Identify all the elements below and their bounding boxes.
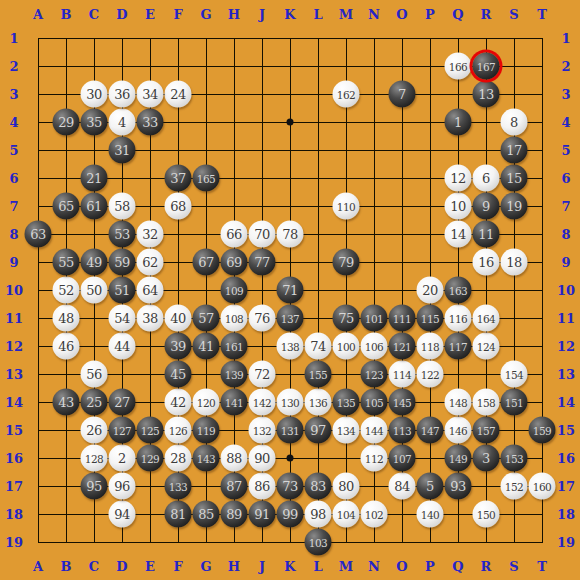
stone-white-P13: 122 xyxy=(417,361,444,388)
stone-black-P15: 147 xyxy=(417,417,444,444)
row-label-left-1: 1 xyxy=(9,32,18,45)
row-label-right-3: 3 xyxy=(561,88,570,101)
stone-white-G14: 120 xyxy=(193,389,220,416)
column-label-top-J: J xyxy=(259,8,265,21)
row-label-right-18: 18 xyxy=(557,508,575,521)
stone-black-H18: 89 xyxy=(221,501,248,528)
stone-white-E10: 64 xyxy=(137,277,164,304)
stone-black-F17: 133 xyxy=(165,473,192,500)
row-label-right-17: 17 xyxy=(557,480,575,493)
column-label-bottom-P: P xyxy=(425,560,435,573)
stone-white-H11: 108 xyxy=(221,305,248,332)
row-label-left-3: 3 xyxy=(9,88,18,101)
stone-black-B4: 29 xyxy=(53,109,80,136)
stone-white-Q15: 146 xyxy=(445,417,472,444)
row-label-right-8: 8 xyxy=(561,228,570,241)
stone-white-H8: 66 xyxy=(221,221,248,248)
column-label-top-R: R xyxy=(481,8,492,21)
stone-black-O15: 113 xyxy=(389,417,416,444)
stone-white-C15: 26 xyxy=(81,417,108,444)
row-label-left-8: 8 xyxy=(9,228,18,241)
column-label-bottom-O: O xyxy=(396,560,407,573)
stone-black-B7: 65 xyxy=(53,193,80,220)
column-label-bottom-D: D xyxy=(116,560,127,573)
stone-white-Q6: 12 xyxy=(445,165,472,192)
row-label-left-10: 10 xyxy=(5,284,23,297)
stone-black-C7: 61 xyxy=(81,193,108,220)
stone-black-D5: 31 xyxy=(109,137,136,164)
stone-black-A8: 63 xyxy=(25,221,52,248)
stone-white-L14: 136 xyxy=(305,389,332,416)
stone-black-C9: 49 xyxy=(81,249,108,276)
stone-white-C13: 56 xyxy=(81,361,108,388)
stone-white-P12: 118 xyxy=(417,333,444,360)
stone-black-F6: 37 xyxy=(165,165,192,192)
stone-white-P10: 20 xyxy=(417,277,444,304)
stone-black-G11: 57 xyxy=(193,305,220,332)
stone-white-Q2: 166 xyxy=(445,53,472,80)
row-label-left-13: 13 xyxy=(5,368,23,381)
stone-black-L15: 97 xyxy=(305,417,332,444)
stone-black-E15: 125 xyxy=(137,417,164,444)
stone-white-M18: 104 xyxy=(333,501,360,528)
stone-black-J18: 91 xyxy=(249,501,276,528)
stone-black-H9: 69 xyxy=(221,249,248,276)
row-label-left-12: 12 xyxy=(5,340,23,353)
stone-black-R16: 3 xyxy=(473,445,500,472)
stone-black-S16: 153 xyxy=(501,445,528,472)
row-label-right-13: 13 xyxy=(557,368,575,381)
stone-black-G12: 41 xyxy=(193,333,220,360)
column-label-bottom-C: C xyxy=(89,560,99,573)
column-label-top-N: N xyxy=(368,8,380,21)
stone-black-H14: 141 xyxy=(221,389,248,416)
stone-black-M9: 79 xyxy=(333,249,360,276)
stone-white-K14: 130 xyxy=(277,389,304,416)
column-label-top-G: G xyxy=(200,8,211,21)
row-label-right-7: 7 xyxy=(561,200,570,213)
stone-white-L18: 98 xyxy=(305,501,332,528)
go-board[interactable]: AABBCCDDEEFFGGHHJJKKLLMMNNOOPPQQRRSSTT11… xyxy=(0,0,580,580)
stone-black-H13: 139 xyxy=(221,361,248,388)
stone-white-O13: 114 xyxy=(389,361,416,388)
stone-black-T15: 159 xyxy=(529,417,556,444)
row-label-left-18: 18 xyxy=(5,508,23,521)
stone-black-B9: 55 xyxy=(53,249,80,276)
column-label-bottom-K: K xyxy=(284,560,295,573)
stone-white-S13: 154 xyxy=(501,361,528,388)
row-label-left-4: 4 xyxy=(9,116,18,129)
stone-white-B12: 46 xyxy=(53,333,80,360)
stone-white-D7: 58 xyxy=(109,193,136,220)
column-label-bottom-Q: Q xyxy=(452,560,463,573)
stone-white-F14: 42 xyxy=(165,389,192,416)
stone-white-E8: 32 xyxy=(137,221,164,248)
stone-black-O11: 111 xyxy=(389,305,416,332)
column-label-bottom-T: T xyxy=(537,560,547,573)
stone-white-R18: 150 xyxy=(473,501,500,528)
stone-black-Q16: 149 xyxy=(445,445,472,472)
stone-white-M17: 80 xyxy=(333,473,360,500)
stone-black-H12: 161 xyxy=(221,333,248,360)
stone-white-M3: 162 xyxy=(333,81,360,108)
row-label-left-5: 5 xyxy=(9,144,18,157)
stone-white-E9: 62 xyxy=(137,249,164,276)
stone-white-H16: 88 xyxy=(221,445,248,472)
stone-black-G9: 67 xyxy=(193,249,220,276)
stone-white-L12: 74 xyxy=(305,333,332,360)
stone-black-F12: 39 xyxy=(165,333,192,360)
column-label-top-P: P xyxy=(425,8,435,21)
row-label-left-16: 16 xyxy=(5,452,23,465)
stone-black-G15: 119 xyxy=(193,417,220,444)
stone-white-Q8: 14 xyxy=(445,221,472,248)
stone-black-F13: 45 xyxy=(165,361,192,388)
stone-black-K18: 99 xyxy=(277,501,304,528)
stone-black-E4: 33 xyxy=(137,109,164,136)
stone-white-K12: 138 xyxy=(277,333,304,360)
column-label-bottom-H: H xyxy=(228,560,240,573)
stone-black-R2: 167 xyxy=(473,53,500,80)
row-label-right-4: 4 xyxy=(561,116,570,129)
stone-white-F7: 68 xyxy=(165,193,192,220)
stone-white-J16: 90 xyxy=(249,445,276,472)
column-label-bottom-R: R xyxy=(481,560,492,573)
stone-white-J17: 86 xyxy=(249,473,276,500)
stone-white-R11: 164 xyxy=(473,305,500,332)
stone-black-S6: 15 xyxy=(501,165,528,192)
stone-black-R7: 9 xyxy=(473,193,500,220)
column-label-top-O: O xyxy=(396,8,407,21)
row-label-left-7: 7 xyxy=(9,200,18,213)
stone-white-F11: 40 xyxy=(165,305,192,332)
column-label-bottom-B: B xyxy=(61,560,72,573)
stone-black-L19: 103 xyxy=(305,529,332,556)
stone-black-F18: 81 xyxy=(165,501,192,528)
stone-black-Q17: 93 xyxy=(445,473,472,500)
stone-white-D18: 94 xyxy=(109,501,136,528)
stone-white-R14: 158 xyxy=(473,389,500,416)
stone-white-D17: 96 xyxy=(109,473,136,500)
stone-white-J8: 70 xyxy=(249,221,276,248)
stone-black-K15: 131 xyxy=(277,417,304,444)
row-label-left-2: 2 xyxy=(9,60,18,73)
stone-white-K8: 78 xyxy=(277,221,304,248)
stone-white-J15: 132 xyxy=(249,417,276,444)
stone-white-N18: 102 xyxy=(361,501,388,528)
stone-black-K17: 73 xyxy=(277,473,304,500)
stone-black-N11: 101 xyxy=(361,305,388,332)
row-label-right-5: 5 xyxy=(561,144,570,157)
column-label-top-K: K xyxy=(284,8,295,21)
column-label-top-T: T xyxy=(537,8,547,21)
stone-white-N16: 112 xyxy=(361,445,388,472)
stone-white-R6: 6 xyxy=(473,165,500,192)
row-label-left-14: 14 xyxy=(5,396,23,409)
column-label-top-L: L xyxy=(313,8,322,21)
stone-white-C16: 128 xyxy=(81,445,108,472)
stone-black-O14: 145 xyxy=(389,389,416,416)
stone-white-E3: 34 xyxy=(137,81,164,108)
stone-white-P18: 140 xyxy=(417,501,444,528)
stone-black-S14: 151 xyxy=(501,389,528,416)
stone-black-H10: 109 xyxy=(221,277,248,304)
row-label-right-6: 6 xyxy=(561,172,570,185)
stone-black-M11: 75 xyxy=(333,305,360,332)
stone-white-Q14: 148 xyxy=(445,389,472,416)
column-label-top-Q: Q xyxy=(452,8,463,21)
stone-black-G6: 165 xyxy=(193,165,220,192)
stone-black-Q12: 117 xyxy=(445,333,472,360)
stone-black-S7: 19 xyxy=(501,193,528,220)
stone-black-D9: 59 xyxy=(109,249,136,276)
stone-white-D11: 54 xyxy=(109,305,136,332)
stone-black-Q4: 1 xyxy=(445,109,472,136)
stone-white-M15: 134 xyxy=(333,417,360,444)
stone-white-M12: 100 xyxy=(333,333,360,360)
stone-black-C4: 35 xyxy=(81,109,108,136)
column-label-bottom-N: N xyxy=(368,560,380,573)
stone-white-S4: 8 xyxy=(501,109,528,136)
row-label-right-2: 2 xyxy=(561,60,570,73)
stone-black-B14: 43 xyxy=(53,389,80,416)
stone-black-L13: 155 xyxy=(305,361,332,388)
stone-white-T17: 160 xyxy=(529,473,556,500)
stone-white-D16: 2 xyxy=(109,445,136,472)
column-label-bottom-L: L xyxy=(313,560,322,573)
stone-white-N15: 144 xyxy=(361,417,388,444)
stone-black-K11: 137 xyxy=(277,305,304,332)
stone-white-O17: 84 xyxy=(389,473,416,500)
stone-white-C10: 50 xyxy=(81,277,108,304)
stone-black-O3: 7 xyxy=(389,81,416,108)
stone-black-C17: 95 xyxy=(81,473,108,500)
stone-black-G18: 85 xyxy=(193,501,220,528)
row-label-left-9: 9 xyxy=(9,256,18,269)
column-label-top-S: S xyxy=(509,8,518,21)
stone-black-K10: 71 xyxy=(277,277,304,304)
stone-black-C14: 25 xyxy=(81,389,108,416)
stone-white-Q11: 116 xyxy=(445,305,472,332)
stone-white-E11: 38 xyxy=(137,305,164,332)
stone-white-F16: 28 xyxy=(165,445,192,472)
stone-white-J11: 76 xyxy=(249,305,276,332)
row-label-left-15: 15 xyxy=(5,424,23,437)
stone-black-R8: 11 xyxy=(473,221,500,248)
column-label-bottom-E: E xyxy=(145,560,155,573)
stone-white-D3: 36 xyxy=(109,81,136,108)
stone-black-H17: 87 xyxy=(221,473,248,500)
column-label-bottom-S: S xyxy=(509,560,518,573)
stone-white-C3: 30 xyxy=(81,81,108,108)
row-label-right-16: 16 xyxy=(557,452,575,465)
stone-black-P17: 5 xyxy=(417,473,444,500)
row-label-right-1: 1 xyxy=(561,32,570,45)
row-label-left-19: 19 xyxy=(5,536,23,549)
column-label-top-E: E xyxy=(145,8,155,21)
stone-black-Q10: 163 xyxy=(445,277,472,304)
stone-black-G16: 143 xyxy=(193,445,220,472)
column-label-top-D: D xyxy=(116,8,127,21)
stone-black-J9: 77 xyxy=(249,249,276,276)
stone-white-S17: 152 xyxy=(501,473,528,500)
stone-black-O12: 121 xyxy=(389,333,416,360)
stone-white-R12: 124 xyxy=(473,333,500,360)
star-point-K16 xyxy=(287,455,294,462)
stone-black-C6: 21 xyxy=(81,165,108,192)
stone-black-S5: 17 xyxy=(501,137,528,164)
column-label-bottom-J: J xyxy=(259,560,265,573)
column-label-bottom-G: G xyxy=(200,560,211,573)
row-label-right-19: 19 xyxy=(557,536,575,549)
stone-white-M7: 110 xyxy=(333,193,360,220)
star-point-K4 xyxy=(287,119,294,126)
column-label-top-B: B xyxy=(61,8,72,21)
stone-white-Q7: 10 xyxy=(445,193,472,220)
stone-black-D10: 51 xyxy=(109,277,136,304)
row-label-right-10: 10 xyxy=(557,284,575,297)
column-label-top-C: C xyxy=(89,8,99,21)
stone-black-N14: 105 xyxy=(361,389,388,416)
column-label-top-H: H xyxy=(228,8,240,21)
column-label-top-M: M xyxy=(339,8,353,21)
row-label-left-6: 6 xyxy=(9,172,18,185)
stone-white-J14: 142 xyxy=(249,389,276,416)
row-label-right-12: 12 xyxy=(557,340,575,353)
stone-black-D15: 127 xyxy=(109,417,136,444)
stone-white-S9: 18 xyxy=(501,249,528,276)
stone-black-L17: 83 xyxy=(305,473,332,500)
row-label-right-14: 14 xyxy=(557,396,575,409)
stone-white-N12: 106 xyxy=(361,333,388,360)
stone-white-F15: 126 xyxy=(165,417,192,444)
stone-black-O16: 107 xyxy=(389,445,416,472)
stone-white-B11: 48 xyxy=(53,305,80,332)
stone-black-D14: 27 xyxy=(109,389,136,416)
stone-black-D8: 53 xyxy=(109,221,136,248)
row-label-right-15: 15 xyxy=(557,424,575,437)
row-label-left-11: 11 xyxy=(5,312,23,325)
stone-black-R3: 13 xyxy=(473,81,500,108)
column-label-top-A: A xyxy=(33,8,43,21)
stone-white-D4: 4 xyxy=(109,109,136,136)
stone-black-N13: 123 xyxy=(361,361,388,388)
column-label-bottom-F: F xyxy=(173,560,182,573)
row-label-right-9: 9 xyxy=(561,256,570,269)
stone-black-M14: 135 xyxy=(333,389,360,416)
row-label-left-17: 17 xyxy=(5,480,23,493)
column-label-top-F: F xyxy=(173,8,182,21)
stone-black-E16: 129 xyxy=(137,445,164,472)
column-label-bottom-M: M xyxy=(339,560,353,573)
column-label-bottom-A: A xyxy=(33,560,43,573)
stone-black-P11: 115 xyxy=(417,305,444,332)
stone-white-B10: 52 xyxy=(53,277,80,304)
stone-white-J13: 72 xyxy=(249,361,276,388)
row-label-right-11: 11 xyxy=(557,312,575,325)
stone-black-R15: 157 xyxy=(473,417,500,444)
stone-white-R9: 16 xyxy=(473,249,500,276)
stone-white-D12: 44 xyxy=(109,333,136,360)
stone-white-F3: 24 xyxy=(165,81,192,108)
